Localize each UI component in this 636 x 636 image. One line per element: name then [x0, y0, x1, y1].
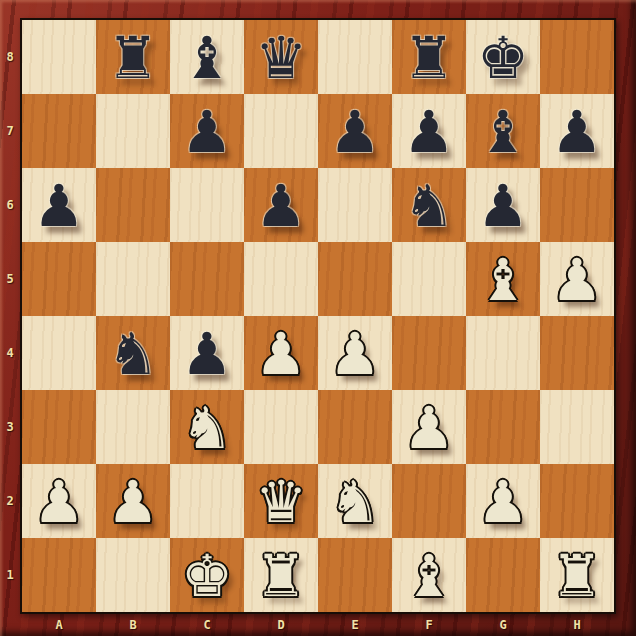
- square-g6[interactable]: ♟: [466, 168, 540, 242]
- square-b1[interactable]: [96, 538, 170, 612]
- square-a6[interactable]: ♟: [22, 168, 96, 242]
- piece-black-pawn[interactable]: ♟: [477, 177, 529, 235]
- piece-black-pawn[interactable]: ♟: [181, 103, 233, 161]
- file-label-e: E: [351, 618, 358, 632]
- square-c2[interactable]: [170, 464, 244, 538]
- piece-black-pawn[interactable]: ♟: [181, 325, 233, 383]
- square-f7[interactable]: ♟: [392, 94, 466, 168]
- square-h5[interactable]: ♟: [540, 242, 614, 316]
- file-label-g: G: [499, 618, 506, 632]
- file-label-c: C: [203, 618, 210, 632]
- square-b2[interactable]: ♟: [96, 464, 170, 538]
- square-e3[interactable]: [318, 390, 392, 464]
- piece-white-bishop[interactable]: ♝: [477, 251, 529, 309]
- square-e7[interactable]: ♟: [318, 94, 392, 168]
- square-c8[interactable]: ♝: [170, 20, 244, 94]
- square-c6[interactable]: [170, 168, 244, 242]
- square-b6[interactable]: [96, 168, 170, 242]
- rank-label-5: 5: [6, 272, 13, 286]
- square-a4[interactable]: [22, 316, 96, 390]
- square-d6[interactable]: ♟: [244, 168, 318, 242]
- square-b8[interactable]: ♜: [96, 20, 170, 94]
- square-d7[interactable]: [244, 94, 318, 168]
- piece-black-knight[interactable]: ♞: [403, 177, 455, 235]
- piece-white-bishop[interactable]: ♝: [403, 547, 455, 605]
- piece-white-king[interactable]: ♚: [181, 547, 233, 605]
- rank-label-2: 2: [6, 494, 13, 508]
- piece-black-pawn[interactable]: ♟: [329, 103, 381, 161]
- piece-white-knight[interactable]: ♞: [181, 399, 233, 457]
- square-f4[interactable]: [392, 316, 466, 390]
- square-d4[interactable]: ♟: [244, 316, 318, 390]
- file-label-f: F: [425, 618, 432, 632]
- file-label-a: A: [55, 618, 62, 632]
- piece-white-pawn[interactable]: ♟: [403, 399, 455, 457]
- square-b3[interactable]: [96, 390, 170, 464]
- square-g5[interactable]: ♝: [466, 242, 540, 316]
- piece-white-pawn[interactable]: ♟: [329, 325, 381, 383]
- piece-white-pawn[interactable]: ♟: [477, 473, 529, 531]
- piece-black-king[interactable]: ♚: [477, 29, 529, 87]
- square-a8[interactable]: [22, 20, 96, 94]
- file-label-b: B: [129, 618, 136, 632]
- file-label-h: H: [573, 618, 580, 632]
- square-e8[interactable]: [318, 20, 392, 94]
- square-h6[interactable]: [540, 168, 614, 242]
- square-f3[interactable]: ♟: [392, 390, 466, 464]
- square-a1[interactable]: [22, 538, 96, 612]
- square-h3[interactable]: [540, 390, 614, 464]
- board-frame: 87654321 ♜♝♛♜♚♟♟♟♝♟♟♟♞♟♝♟♞♟♟♟♞♟♟♟♛♞♟♚♜♝♜…: [0, 0, 636, 636]
- file-labels: ABCDEFGH: [22, 616, 614, 634]
- square-b4[interactable]: ♞: [96, 316, 170, 390]
- square-e6[interactable]: [318, 168, 392, 242]
- rank-label-6: 6: [6, 198, 13, 212]
- square-c4[interactable]: ♟: [170, 316, 244, 390]
- piece-black-rook[interactable]: ♜: [403, 29, 455, 87]
- square-f6[interactable]: ♞: [392, 168, 466, 242]
- square-g4[interactable]: [466, 316, 540, 390]
- piece-white-pawn[interactable]: ♟: [551, 251, 603, 309]
- square-c1[interactable]: ♚: [170, 538, 244, 612]
- square-h8[interactable]: [540, 20, 614, 94]
- square-d3[interactable]: [244, 390, 318, 464]
- rank-label-7: 7: [6, 124, 13, 138]
- square-d8[interactable]: ♛: [244, 20, 318, 94]
- square-d5[interactable]: [244, 242, 318, 316]
- square-f1[interactable]: ♝: [392, 538, 466, 612]
- rank-label-8: 8: [6, 50, 13, 64]
- square-h2[interactable]: [540, 464, 614, 538]
- square-e5[interactable]: [318, 242, 392, 316]
- square-a5[interactable]: [22, 242, 96, 316]
- piece-black-queen[interactable]: ♛: [255, 29, 307, 87]
- square-d2[interactable]: ♛: [244, 464, 318, 538]
- piece-black-knight[interactable]: ♞: [107, 325, 159, 383]
- square-g7[interactable]: ♝: [466, 94, 540, 168]
- square-e2[interactable]: ♞: [318, 464, 392, 538]
- square-e4[interactable]: ♟: [318, 316, 392, 390]
- square-a3[interactable]: [22, 390, 96, 464]
- square-g2[interactable]: ♟: [466, 464, 540, 538]
- square-g3[interactable]: [466, 390, 540, 464]
- square-h1[interactable]: ♜: [540, 538, 614, 612]
- square-f8[interactable]: ♜: [392, 20, 466, 94]
- file-label-d: D: [277, 618, 284, 632]
- piece-white-queen[interactable]: ♛: [255, 473, 307, 531]
- square-e1[interactable]: [318, 538, 392, 612]
- square-a2[interactable]: ♟: [22, 464, 96, 538]
- square-f2[interactable]: [392, 464, 466, 538]
- piece-black-pawn[interactable]: ♟: [551, 103, 603, 161]
- square-a7[interactable]: [22, 94, 96, 168]
- piece-white-pawn[interactable]: ♟: [255, 325, 307, 383]
- square-c7[interactable]: ♟: [170, 94, 244, 168]
- piece-black-bishop[interactable]: ♝: [477, 103, 529, 161]
- rank-label-3: 3: [6, 420, 13, 434]
- square-b5[interactable]: [96, 242, 170, 316]
- square-g8[interactable]: ♚: [466, 20, 540, 94]
- piece-black-bishop[interactable]: ♝: [181, 29, 233, 87]
- piece-black-rook[interactable]: ♜: [107, 29, 159, 87]
- rank-label-1: 1: [6, 568, 13, 582]
- piece-black-pawn[interactable]: ♟: [255, 177, 307, 235]
- square-h7[interactable]: ♟: [540, 94, 614, 168]
- square-g1[interactable]: [466, 538, 540, 612]
- piece-black-pawn[interactable]: ♟: [33, 177, 85, 235]
- square-f5[interactable]: [392, 242, 466, 316]
- piece-white-rook[interactable]: ♜: [255, 547, 307, 605]
- rank-labels: 87654321: [0, 20, 20, 612]
- chess-board: ♜♝♛♜♚♟♟♟♝♟♟♟♞♟♝♟♞♟♟♟♞♟♟♟♛♞♟♚♜♝♜: [20, 18, 616, 614]
- piece-white-rook[interactable]: ♜: [551, 547, 603, 605]
- piece-white-pawn[interactable]: ♟: [107, 473, 159, 531]
- piece-black-pawn[interactable]: ♟: [403, 103, 455, 161]
- square-c3[interactable]: ♞: [170, 390, 244, 464]
- square-b7[interactable]: [96, 94, 170, 168]
- square-d1[interactable]: ♜: [244, 538, 318, 612]
- piece-white-knight[interactable]: ♞: [329, 473, 381, 531]
- square-h4[interactable]: [540, 316, 614, 390]
- piece-white-pawn[interactable]: ♟: [33, 473, 85, 531]
- square-c5[interactable]: [170, 242, 244, 316]
- rank-label-4: 4: [6, 346, 13, 360]
